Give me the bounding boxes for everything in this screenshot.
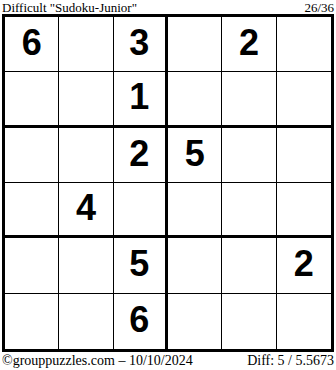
cell-r6c1[interactable] (5, 294, 59, 349)
cell-r1c6[interactable] (277, 17, 331, 72)
given-digit: 1 (129, 79, 149, 115)
given-digit: 5 (185, 136, 205, 172)
cell-r5c2[interactable] (59, 238, 113, 293)
cell-r3c6[interactable] (277, 128, 331, 183)
given-digit: 4 (76, 190, 96, 226)
sudoku-page: Difficult "Sudoku-Junior" 26/36 63212545… (0, 0, 336, 370)
cell-r5c3[interactable]: 5 (114, 238, 168, 293)
given-digit: 2 (129, 136, 149, 172)
given-digit: 2 (239, 25, 259, 61)
cell-r6c6[interactable] (277, 294, 331, 349)
cell-r1c2[interactable] (59, 17, 113, 72)
cell-r6c4[interactable] (168, 294, 222, 349)
cell-r3c4[interactable]: 5 (168, 128, 222, 183)
cell-r1c3[interactable]: 3 (114, 17, 168, 72)
cell-r1c1[interactable]: 6 (5, 17, 59, 72)
puzzle-title: Difficult "Sudoku-Junior" (2, 1, 137, 14)
cell-r4c3[interactable] (114, 183, 168, 238)
given-digit: 2 (294, 246, 314, 282)
cell-r4c1[interactable] (5, 183, 59, 238)
given-digit: 6 (129, 302, 149, 338)
cell-r2c6[interactable] (277, 72, 331, 127)
sudoku-board: 6321254526 (2, 14, 334, 352)
cell-r1c4[interactable] (168, 17, 222, 72)
cell-r6c5[interactable] (222, 294, 276, 349)
cell-r2c1[interactable] (5, 72, 59, 127)
cell-r4c4[interactable] (168, 183, 222, 238)
cell-r3c5[interactable] (222, 128, 276, 183)
cell-r2c4[interactable] (168, 72, 222, 127)
given-digit: 6 (22, 25, 42, 61)
cell-r5c5[interactable] (222, 238, 276, 293)
difficulty-rating: Diff: 5 / 5.5673 (247, 353, 334, 368)
cell-r3c2[interactable] (59, 128, 113, 183)
cell-r4c2[interactable]: 4 (59, 183, 113, 238)
given-digit: 5 (129, 246, 149, 282)
cell-r4c5[interactable] (222, 183, 276, 238)
cell-r2c2[interactable] (59, 72, 113, 127)
cell-r5c6[interactable]: 2 (277, 238, 331, 293)
cell-r2c5[interactable] (222, 72, 276, 127)
cell-r2c3[interactable]: 1 (114, 72, 168, 127)
cell-r1c5[interactable]: 2 (222, 17, 276, 72)
copyright-date: ©grouppuzzles.com – 10/10/2024 (2, 353, 193, 368)
footer: ©grouppuzzles.com – 10/10/2024 Diff: 5 /… (0, 353, 336, 370)
cell-r3c3[interactable]: 2 (114, 128, 168, 183)
cell-r6c2[interactable] (59, 294, 113, 349)
given-digit: 3 (129, 25, 149, 61)
cell-r5c4[interactable] (168, 238, 222, 293)
cell-r6c3[interactable]: 6 (114, 294, 168, 349)
cell-r3c1[interactable] (5, 128, 59, 183)
puzzle-number: 26/36 (304, 1, 334, 14)
cell-r4c6[interactable] (277, 183, 331, 238)
header: Difficult "Sudoku-Junior" 26/36 (0, 0, 336, 14)
cell-r5c1[interactable] (5, 238, 59, 293)
